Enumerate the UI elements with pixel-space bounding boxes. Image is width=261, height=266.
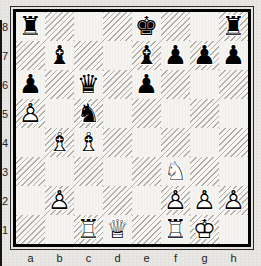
square-d8[interactable]: [103, 12, 132, 41]
black-bishop-glyph: ♝: [48, 41, 71, 70]
square-g2[interactable]: ♟♙: [190, 186, 219, 215]
file-label-a: a: [16, 251, 45, 264]
square-b4[interactable]: ♝♗: [45, 128, 74, 157]
white-rook-glyph: ♖: [164, 215, 187, 244]
square-f8[interactable]: [161, 12, 190, 41]
piece-black-rook-a8[interactable]: ♜♜: [16, 12, 45, 41]
piece-black-pawn-f7[interactable]: ♟♟: [161, 41, 190, 70]
square-d6[interactable]: [103, 70, 132, 99]
rank-label-1: 1: [0, 215, 10, 244]
square-g8[interactable]: [190, 12, 219, 41]
square-b1[interactable]: [45, 215, 74, 244]
white-rook-glyph: ♖: [77, 215, 100, 244]
square-b2[interactable]: ♟♙: [45, 186, 74, 215]
square-c3[interactable]: [74, 157, 103, 186]
piece-black-rook-h8[interactable]: ♜♜: [219, 12, 248, 41]
piece-white-pawn-g2[interactable]: ♟♙: [190, 186, 219, 215]
white-bishop-glyph: ♗: [77, 128, 100, 157]
piece-black-bishop-b7[interactable]: ♝♝: [45, 41, 74, 70]
square-h5[interactable]: [219, 99, 248, 128]
black-knight-glyph: ♞: [77, 99, 100, 128]
square-c5[interactable]: ♞♞: [74, 99, 103, 128]
square-b7[interactable]: ♝♝: [45, 41, 74, 70]
piece-white-queen-d1[interactable]: ♛♕: [103, 215, 132, 244]
chess-diagram-page: 87654321 ♜♜♚♚♜♜♝♝♝♝♟♟♟♟♟♟♟♟♛♛♟♟♟♙♞♞♝♗♝♗♞…: [0, 0, 261, 266]
rank-label-5: 5: [0, 99, 10, 128]
square-e3[interactable]: [132, 157, 161, 186]
black-rook-glyph: ♜: [19, 12, 42, 41]
file-label-b: b: [45, 251, 74, 264]
square-a6[interactable]: ♟♟: [16, 70, 45, 99]
square-f4[interactable]: [161, 128, 190, 157]
piece-black-pawn-g7[interactable]: ♟♟: [190, 41, 219, 70]
file-label-c: c: [74, 251, 103, 264]
black-rook-glyph: ♜: [222, 12, 245, 41]
square-d1[interactable]: ♛♕: [103, 215, 132, 244]
square-f7[interactable]: ♟♟: [161, 41, 190, 70]
square-h1[interactable]: [219, 215, 248, 244]
square-d5[interactable]: [103, 99, 132, 128]
square-h2[interactable]: ♟♙: [219, 186, 248, 215]
black-pawn-glyph: ♟: [164, 41, 187, 70]
square-f5[interactable]: [161, 99, 190, 128]
file-label-g: g: [190, 251, 219, 264]
board-outer-frame: ♜♜♚♚♜♜♝♝♝♝♟♟♟♟♟♟♟♟♛♛♟♟♟♙♞♞♝♗♝♗♞♘♟♙♟♙♟♙♟♙…: [10, 6, 254, 250]
rank-labels: 87654321: [0, 12, 10, 244]
square-e4[interactable]: [132, 128, 161, 157]
black-queen-glyph: ♛: [77, 70, 100, 99]
white-pawn-glyph: ♙: [222, 186, 245, 215]
rank-label-7: 7: [0, 41, 10, 70]
square-h7[interactable]: ♟♟: [219, 41, 248, 70]
board: ♜♜♚♚♜♜♝♝♝♝♟♟♟♟♟♟♟♟♛♛♟♟♟♙♞♞♝♗♝♗♞♘♟♙♟♙♟♙♟♙…: [16, 12, 248, 244]
file-label-e: e: [132, 251, 161, 264]
square-f3[interactable]: ♞♘: [161, 157, 190, 186]
piece-white-bishop-c4[interactable]: ♝♗: [74, 128, 103, 157]
piece-black-queen-c6[interactable]: ♛♛: [74, 70, 103, 99]
square-g1[interactable]: ♚♔: [190, 215, 219, 244]
white-knight-glyph: ♘: [164, 157, 187, 186]
square-b8[interactable]: [45, 12, 74, 41]
rank-label-4: 4: [0, 128, 10, 157]
square-e8[interactable]: ♚♚: [132, 12, 161, 41]
square-a5[interactable]: ♟♙: [16, 99, 45, 128]
square-g3[interactable]: [190, 157, 219, 186]
square-e7[interactable]: ♝♝: [132, 41, 161, 70]
square-g6[interactable]: [190, 70, 219, 99]
square-d3[interactable]: [103, 157, 132, 186]
piece-white-king-g1[interactable]: ♚♔: [190, 215, 219, 244]
square-h8[interactable]: ♜♜: [219, 12, 248, 41]
square-f6[interactable]: [161, 70, 190, 99]
square-b3[interactable]: [45, 157, 74, 186]
piece-black-pawn-h7[interactable]: ♟♟: [219, 41, 248, 70]
white-pawn-glyph: ♙: [193, 186, 216, 215]
square-a2[interactable]: [16, 186, 45, 215]
square-a3[interactable]: [16, 157, 45, 186]
square-d2[interactable]: [103, 186, 132, 215]
black-pawn-glyph: ♟: [222, 41, 245, 70]
rank-label-8: 8: [0, 12, 10, 41]
black-bishop-glyph: ♝: [135, 41, 158, 70]
square-a7[interactable]: [16, 41, 45, 70]
square-e2[interactable]: [132, 186, 161, 215]
square-h3[interactable]: [219, 157, 248, 186]
square-c4[interactable]: ♝♗: [74, 128, 103, 157]
piece-white-knight-f3[interactable]: ♞♘: [161, 157, 190, 186]
square-b5[interactable]: [45, 99, 74, 128]
white-king-glyph: ♔: [193, 215, 216, 244]
rank-label-2: 2: [0, 186, 10, 215]
square-d7[interactable]: [103, 41, 132, 70]
piece-white-pawn-f2[interactable]: ♟♙: [161, 186, 190, 215]
square-a4[interactable]: [16, 128, 45, 157]
square-d4[interactable]: [103, 128, 132, 157]
piece-white-bishop-b4[interactable]: ♝♗: [45, 128, 74, 157]
white-pawn-glyph: ♙: [19, 99, 42, 128]
piece-white-pawn-b2[interactable]: ♟♙: [45, 186, 74, 215]
piece-white-rook-c1[interactable]: ♜♖: [74, 215, 103, 244]
piece-black-knight-c5[interactable]: ♞♞: [74, 99, 103, 128]
square-c1[interactable]: ♜♖: [74, 215, 103, 244]
file-label-h: h: [219, 251, 248, 264]
square-a1[interactable]: [16, 215, 45, 244]
black-pawn-glyph: ♟: [135, 70, 158, 99]
square-c6[interactable]: ♛♛: [74, 70, 103, 99]
piece-black-bishop-e7[interactable]: ♝♝: [132, 41, 161, 70]
white-bishop-glyph: ♗: [48, 128, 71, 157]
rank-label-6: 6: [0, 70, 10, 99]
square-f2[interactable]: ♟♙: [161, 186, 190, 215]
piece-black-pawn-e6[interactable]: ♟♟: [132, 70, 161, 99]
square-h4[interactable]: [219, 128, 248, 157]
piece-white-pawn-h2[interactable]: ♟♙: [219, 186, 248, 215]
piece-white-pawn-a5[interactable]: ♟♙: [16, 99, 45, 128]
square-e1[interactable]: [132, 215, 161, 244]
file-labels: abcdefgh: [16, 251, 248, 264]
piece-white-rook-f1[interactable]: ♜♖: [161, 215, 190, 244]
square-h6[interactable]: [219, 70, 248, 99]
black-pawn-glyph: ♟: [193, 41, 216, 70]
piece-black-pawn-a6[interactable]: ♟♟: [16, 70, 45, 99]
file-label-f: f: [161, 251, 190, 264]
board-inner-frame: ♜♜♚♚♜♜♝♝♝♝♟♟♟♟♟♟♟♟♛♛♟♟♟♙♞♞♝♗♝♗♞♘♟♙♟♙♟♙♟♙…: [13, 9, 251, 247]
square-g4[interactable]: [190, 128, 219, 157]
square-c2[interactable]: [74, 186, 103, 215]
square-g7[interactable]: ♟♟: [190, 41, 219, 70]
square-a8[interactable]: ♜♜: [16, 12, 45, 41]
square-c7[interactable]: [74, 41, 103, 70]
white-pawn-glyph: ♙: [164, 186, 187, 215]
square-g5[interactable]: [190, 99, 219, 128]
square-e5[interactable]: [132, 99, 161, 128]
square-e6[interactable]: ♟♟: [132, 70, 161, 99]
square-b6[interactable]: [45, 70, 74, 99]
white-pawn-glyph: ♙: [48, 186, 71, 215]
black-king-glyph: ♚: [135, 12, 158, 41]
piece-black-king-e8[interactable]: ♚♚: [132, 12, 161, 41]
file-label-d: d: [103, 251, 132, 264]
rank-label-3: 3: [0, 157, 10, 186]
black-pawn-glyph: ♟: [19, 70, 42, 99]
white-queen-glyph: ♕: [106, 215, 129, 244]
square-f1[interactable]: ♜♖: [161, 215, 190, 244]
square-c8[interactable]: [74, 12, 103, 41]
